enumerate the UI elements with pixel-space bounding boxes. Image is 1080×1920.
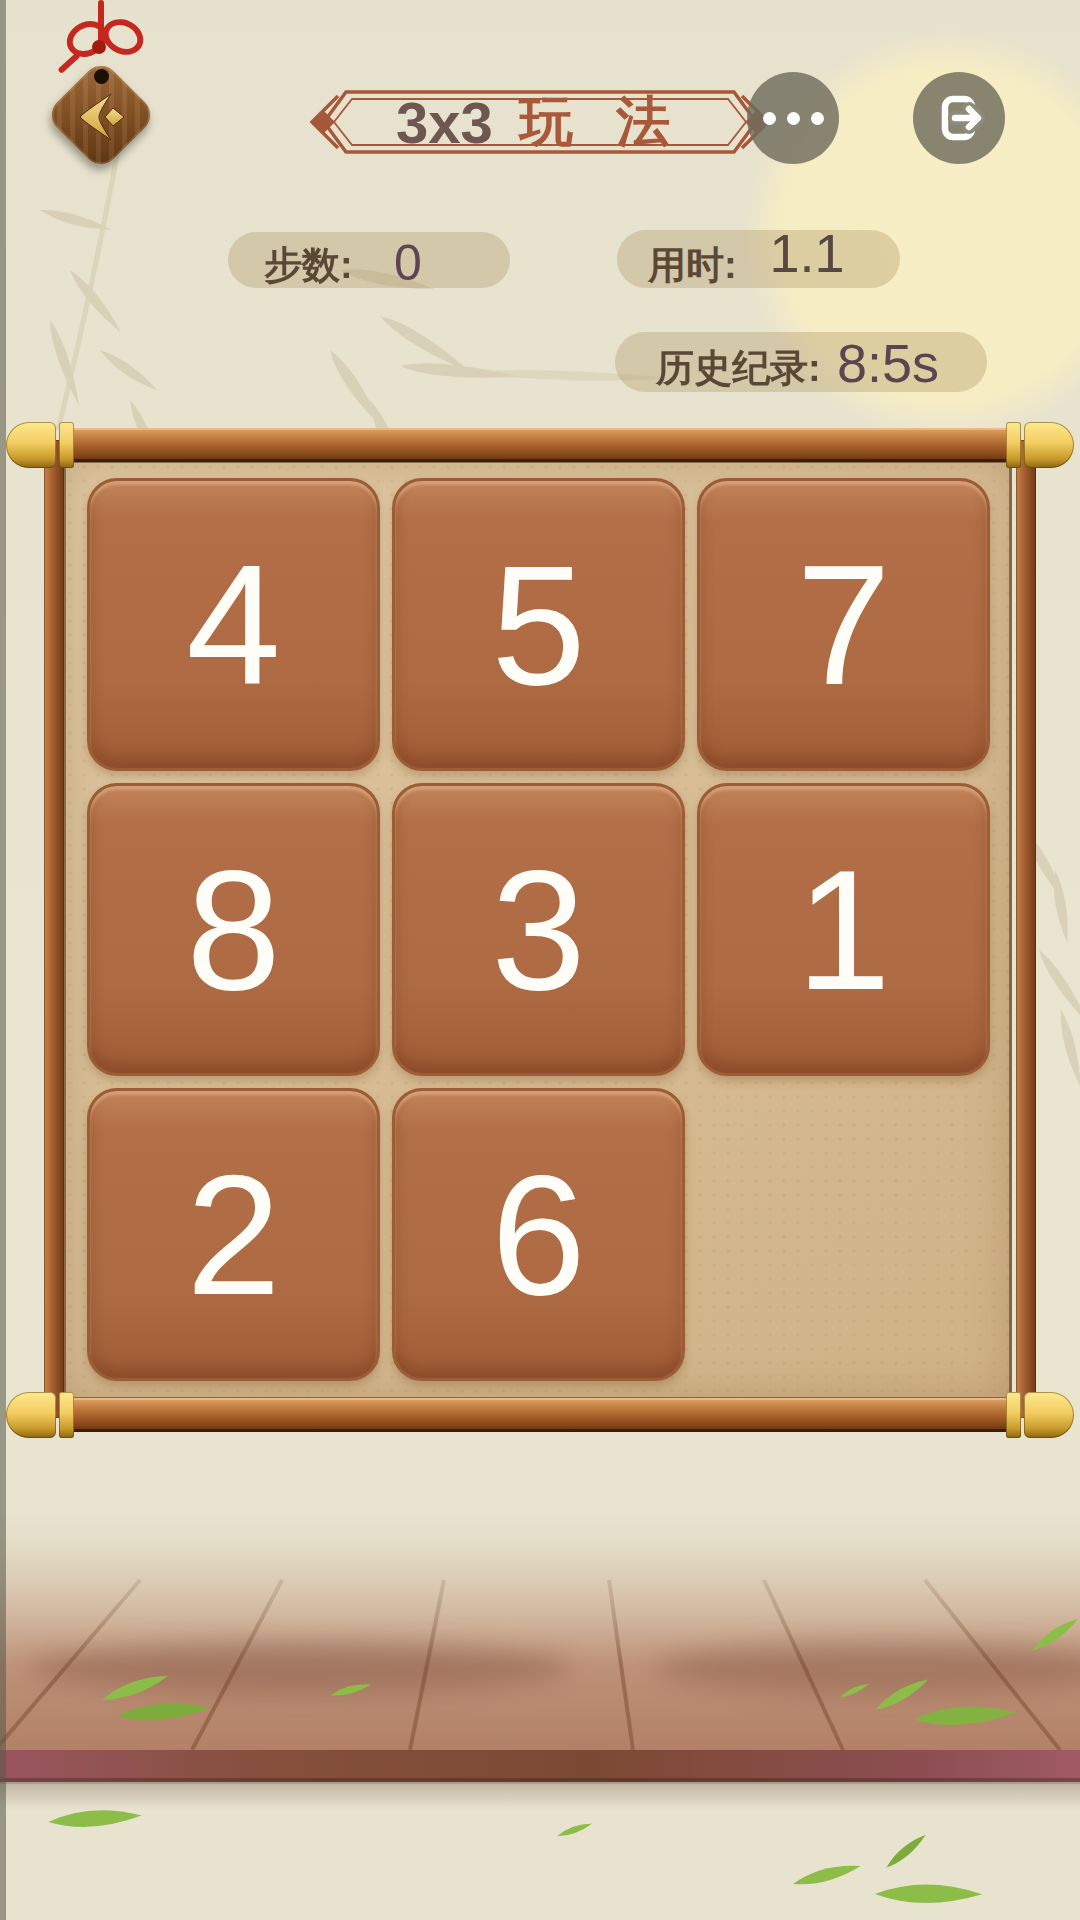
app-screen: 3x3 玩 法 步数: 0 用时: 1.1 历史纪录: 8:5s (0, 0, 1080, 1920)
gold-ring-top-right (1006, 422, 1021, 468)
exit-door-icon (933, 92, 985, 144)
tile-number: 5 (491, 540, 586, 710)
time-counter: 用时: 1.1 (617, 230, 900, 288)
steps-label: 步数: (264, 240, 353, 291)
ellipsis-icon (763, 112, 824, 125)
table-front-edge (0, 1750, 1080, 1782)
puzzle-tile-5[interactable]: 5 (392, 478, 685, 771)
tile-number: 3 (491, 845, 586, 1015)
gold-cap-bottom-right (1024, 1392, 1074, 1438)
gold-ring-bottom-right (1006, 1392, 1021, 1438)
gold-cap-top-left (6, 422, 56, 468)
frame-rail-right (1016, 440, 1036, 1418)
gold-cap-top-right (1024, 422, 1074, 468)
puzzle-tile-6[interactable]: 6 (392, 1088, 685, 1381)
steps-counter: 步数: 0 (228, 232, 510, 288)
tile-number: 1 (796, 845, 891, 1015)
puzzle-tile-7[interactable]: 7 (697, 478, 990, 771)
pendant-hole (94, 69, 109, 84)
more-button[interactable] (747, 72, 839, 164)
puzzle-tile-2[interactable]: 2 (87, 1088, 380, 1381)
record-display: 历史纪录: 8:5s (615, 332, 987, 392)
steps-value: 0 (378, 234, 438, 292)
page-title: 3x3 玩 法 (300, 84, 780, 160)
title-mode-text: 玩 法 (519, 86, 684, 159)
puzzle-tile-3[interactable]: 3 (392, 783, 685, 1076)
tile-number: 8 (186, 845, 281, 1015)
record-value: 8:5s (820, 332, 956, 394)
puzzle-grid: 45783126 (87, 478, 990, 1381)
tile-number: 6 (491, 1150, 586, 1320)
frame-rod-top (70, 428, 1010, 462)
frame-rod-bottom (70, 1398, 1010, 1432)
wooden-table-surface (0, 1516, 1080, 1920)
time-label: 用时: (648, 240, 737, 291)
exit-button[interactable] (913, 72, 1005, 164)
frame-rail-left (44, 440, 64, 1418)
tile-number: 2 (186, 1150, 281, 1320)
tile-number: 4 (186, 540, 281, 710)
gold-ring-bottom-left (59, 1392, 74, 1438)
pendant-bow-knot (92, 40, 106, 54)
gold-ring-top-left (59, 422, 74, 468)
gold-cap-bottom-left (6, 1392, 56, 1438)
puzzle-tile-8[interactable]: 8 (87, 783, 380, 1076)
screen-edge-strip (0, 0, 6, 1920)
record-label: 历史纪录: (656, 343, 821, 394)
puzzle-tile-4[interactable]: 4 (87, 478, 380, 771)
puzzle-tile-1[interactable]: 1 (697, 783, 990, 1076)
empty-cell (697, 1088, 990, 1381)
time-value: 1.1 (767, 222, 847, 284)
back-arrow-icon (75, 91, 127, 143)
tile-number: 7 (796, 540, 891, 710)
title-grid-size: 3x3 (396, 89, 493, 156)
